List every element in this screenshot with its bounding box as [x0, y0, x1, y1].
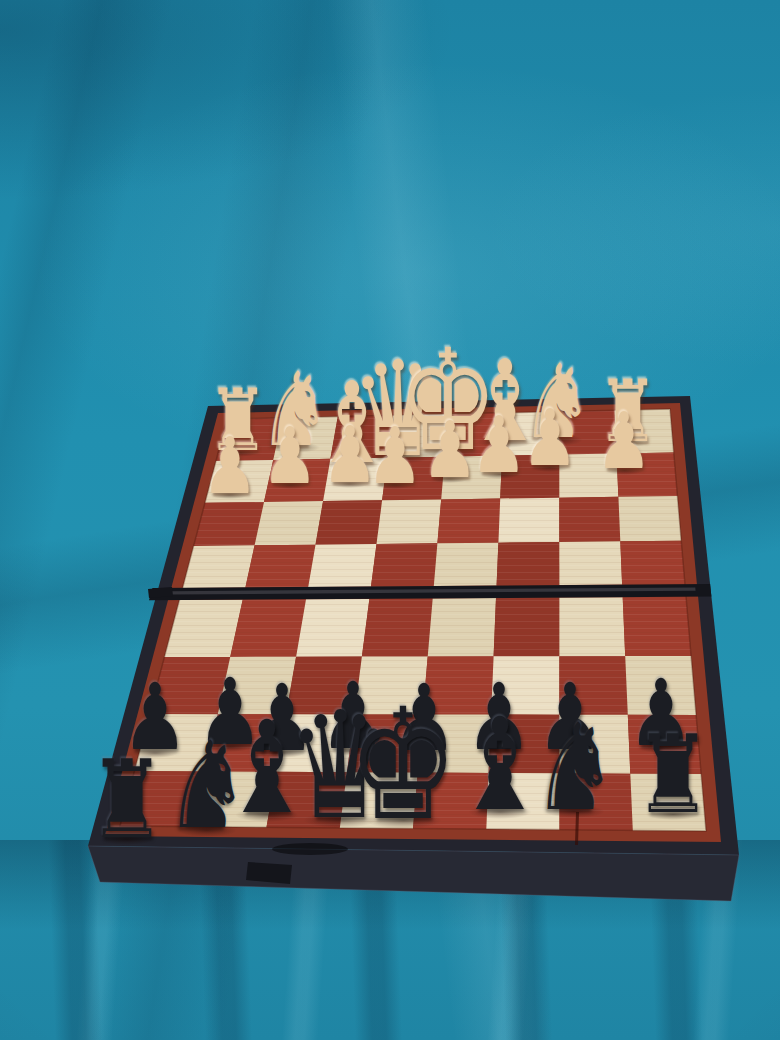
chess-board [0, 0, 780, 1040]
photo-scene: ♜♞♝♛♚♝♞♜♟♟♟♟♟♟♟♟♟♟♟♟♟♟♟♟♜♞♝♛♚♝♞♜ [0, 0, 780, 1040]
